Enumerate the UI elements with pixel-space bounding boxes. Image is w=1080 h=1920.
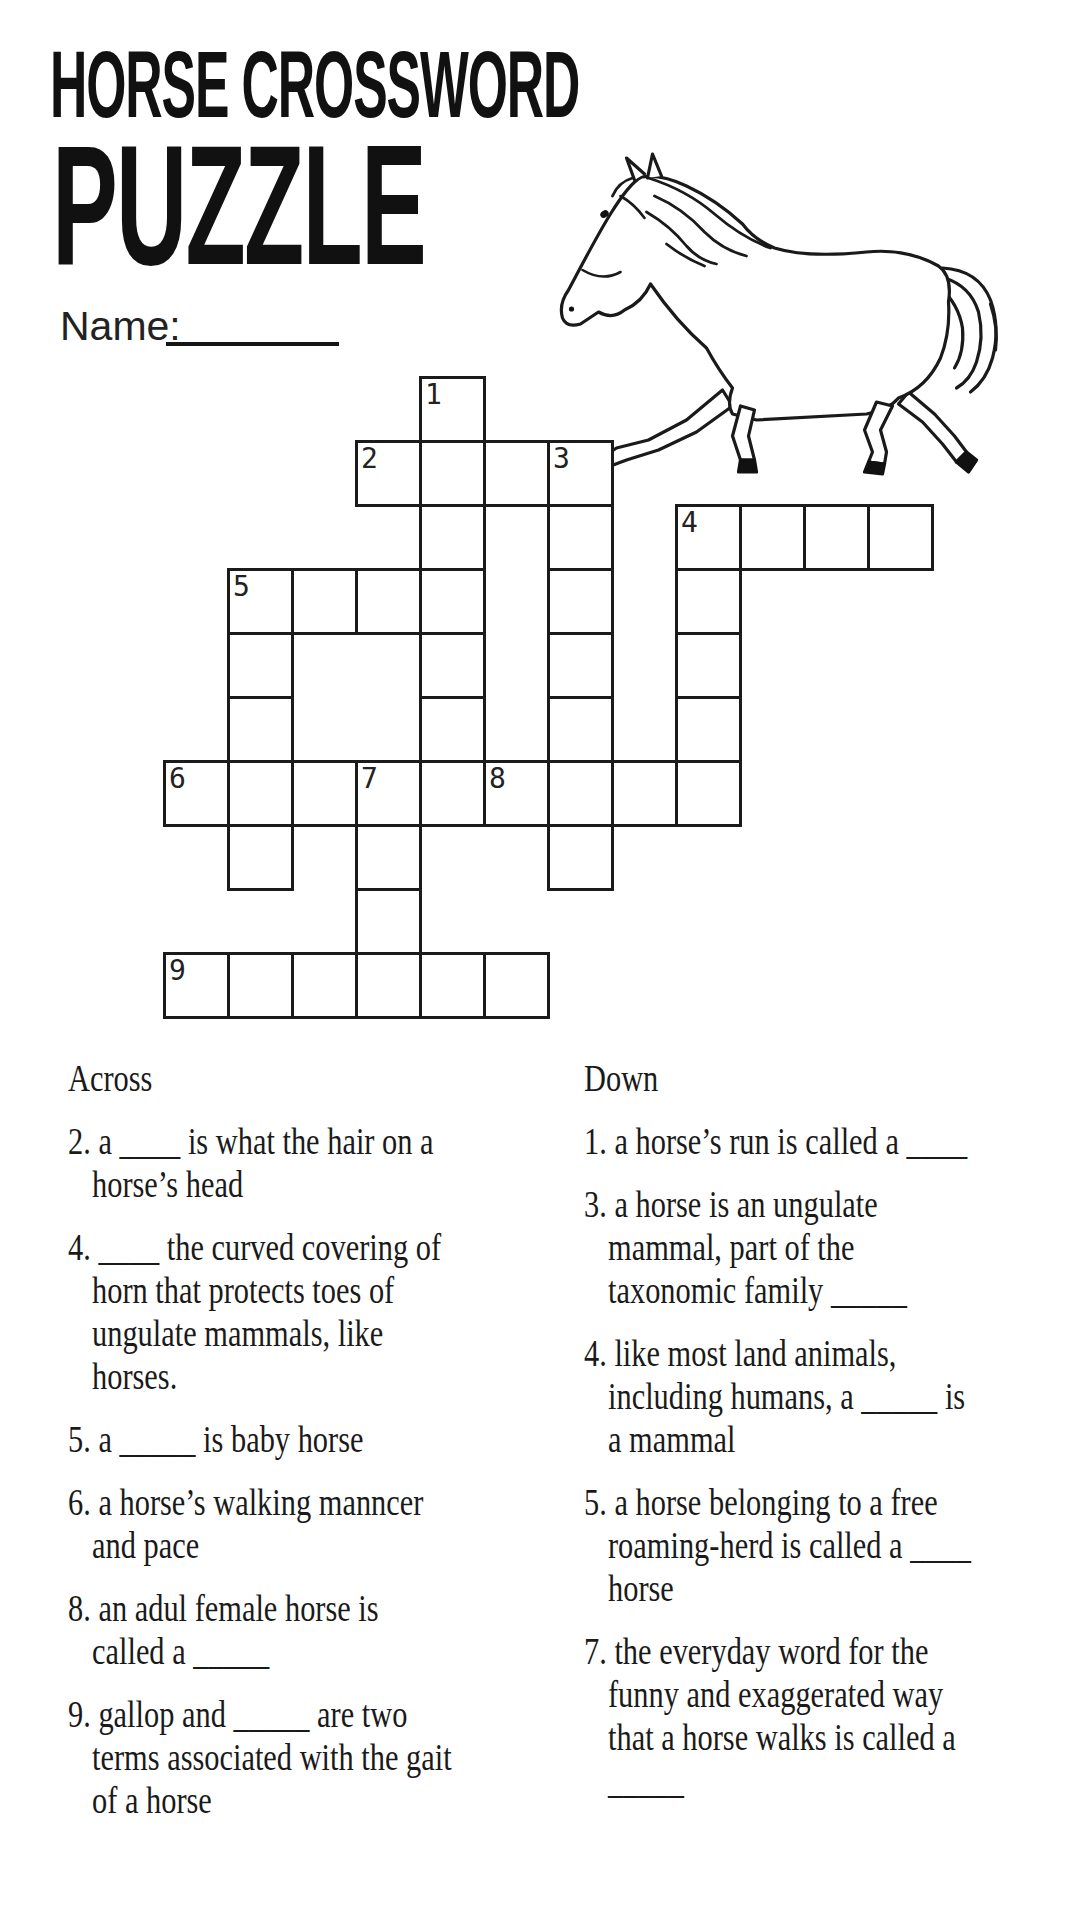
across-clue-9: 9. gallop and _____ are two terms associ… <box>68 1693 532 1822</box>
cell-number-7: 7 <box>361 765 378 793</box>
down-clue-7: 7. the everyday word for the funny and e… <box>584 1630 1048 1802</box>
cell-number-1: 1 <box>425 381 442 409</box>
down-clues-list: 1. a horse’s run is called a ____3. a ho… <box>584 1120 1048 1802</box>
down-clue-4: 4. like most land animals, including hum… <box>584 1332 1048 1461</box>
across-header: Across <box>68 1057 532 1100</box>
crossword-grid: 123456789 <box>163 376 935 1020</box>
cell-number-6: 6 <box>169 765 186 793</box>
grid-cell-r1c5[interactable] <box>483 440 550 507</box>
grid-cell-r7c6[interactable] <box>547 824 614 891</box>
across-clue-6: 6. a horse’s walking manncer and pace <box>68 1481 532 1567</box>
down-header: Down <box>584 1057 1048 1100</box>
across-clue-2: 2. a ____ is what the hair on a horse’s … <box>68 1120 532 1206</box>
grid-cell-r9c5[interactable] <box>483 952 550 1019</box>
grid-cell-r4c8[interactable] <box>675 632 742 699</box>
across-clue-4: 4. ____ the curved covering of horn that… <box>68 1226 532 1398</box>
grid-cell-r6c6[interactable] <box>547 760 614 827</box>
grid-cell-r3c2[interactable] <box>291 568 358 635</box>
down-clue-1: 1. a horse’s run is called a ____ <box>584 1120 1048 1163</box>
name-input-line[interactable] <box>166 342 339 346</box>
grid-cell-r5c4[interactable] <box>419 696 486 763</box>
down-clue-3: 3. a horse is an ungulate mammal, part o… <box>584 1183 1048 1312</box>
grid-cell-r4c1[interactable] <box>227 632 294 699</box>
page-title-line2: PUZZLE <box>52 120 425 290</box>
grid-cell-r4c6[interactable] <box>547 632 614 699</box>
across-clue-5: 5. a _____ is baby horse <box>68 1418 532 1461</box>
grid-cell-r6c4[interactable] <box>419 760 486 827</box>
grid-cell-r3c3[interactable] <box>355 568 422 635</box>
grid-cell-r6c8[interactable] <box>675 760 742 827</box>
grid-cell-r2c10[interactable] <box>803 504 870 571</box>
down-clue-5: 5. a horse belonging to a free roaming-h… <box>584 1481 1048 1610</box>
cell-number-3: 3 <box>553 445 570 473</box>
across-clues-section: Across 2. a ____ is what the hair on a h… <box>68 1057 532 1842</box>
across-clue-8: 8. an adul female horse is called a ____… <box>68 1587 532 1673</box>
horse-nostril <box>569 306 574 311</box>
grid-cell-r6c7[interactable] <box>611 760 678 827</box>
cell-number-2: 2 <box>361 445 378 473</box>
grid-cell-r5c6[interactable] <box>547 696 614 763</box>
grid-cell-r2c11[interactable] <box>867 504 934 571</box>
grid-cell-r3c4[interactable] <box>419 568 486 635</box>
grid-cell-r2c4[interactable] <box>419 504 486 571</box>
grid-cell-r7c3[interactable] <box>355 824 422 891</box>
cell-number-5: 5 <box>233 573 250 601</box>
grid-cell-r9c4[interactable] <box>419 952 486 1019</box>
grid-cell-r2c6[interactable] <box>547 504 614 571</box>
grid-cell-r2c9[interactable] <box>739 504 806 571</box>
grid-cell-r3c6[interactable] <box>547 568 614 635</box>
grid-cell-r9c3[interactable] <box>355 952 422 1019</box>
grid-cell-r9c1[interactable] <box>227 952 294 1019</box>
grid-cell-r7c1[interactable] <box>227 824 294 891</box>
grid-cell-r6c2[interactable] <box>291 760 358 827</box>
across-clues-list: 2. a ____ is what the hair on a horse’s … <box>68 1120 532 1822</box>
name-label: Name: <box>60 303 181 350</box>
crossword-worksheet-page: { "game": "crossword", "title": { "line1… <box>0 0 1080 1920</box>
grid-cell-r4c4[interactable] <box>419 632 486 699</box>
grid-cell-r8c3[interactable] <box>355 888 422 955</box>
grid-cell-r6c1[interactable] <box>227 760 294 827</box>
grid-cell-r9c2[interactable] <box>291 952 358 1019</box>
grid-cell-r3c8[interactable] <box>675 568 742 635</box>
grid-cell-r5c1[interactable] <box>227 696 294 763</box>
cell-number-9: 9 <box>169 957 186 985</box>
down-clues-section: Down 1. a horse’s run is called a ____3.… <box>584 1057 1048 1822</box>
cell-number-4: 4 <box>681 509 698 537</box>
grid-cell-r5c8[interactable] <box>675 696 742 763</box>
cell-number-8: 8 <box>489 765 506 793</box>
grid-cell-r1c4[interactable] <box>419 440 486 507</box>
